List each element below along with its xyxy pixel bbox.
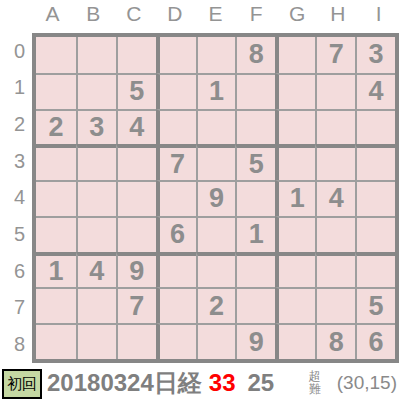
puzzle-date-source: 20180324日経 bbox=[47, 369, 202, 396]
cell-I6[interactable] bbox=[355, 252, 395, 288]
row-label-1: 1 bbox=[0, 70, 32, 107]
cell-G4[interactable]: 1 bbox=[275, 180, 315, 216]
cell-C2[interactable]: 4 bbox=[116, 109, 156, 145]
sudoku-app: ABCDEFGHI 012345678 87351423475914611497… bbox=[0, 0, 402, 403]
row-label-0: 0 bbox=[0, 33, 32, 70]
cell-F6[interactable] bbox=[235, 252, 275, 288]
cell-I7[interactable]: 5 bbox=[355, 287, 395, 323]
cell-C5[interactable] bbox=[116, 216, 156, 252]
cell-D1[interactable] bbox=[156, 73, 196, 109]
cell-F4[interactable] bbox=[235, 180, 275, 216]
red-count: 33 bbox=[209, 369, 236, 396]
cell-E4[interactable]: 9 bbox=[196, 180, 236, 216]
cell-D0[interactable] bbox=[156, 37, 196, 73]
cell-E7[interactable]: 2 bbox=[196, 287, 236, 323]
board-area: 012345678 8735142347591461149725986 bbox=[0, 33, 402, 363]
cell-D5[interactable]: 6 bbox=[156, 216, 196, 252]
column-label-F: F bbox=[236, 0, 277, 33]
cell-B6[interactable]: 4 bbox=[76, 252, 116, 288]
cell-C4[interactable] bbox=[116, 180, 156, 216]
cell-H4[interactable]: 4 bbox=[315, 180, 355, 216]
column-label-D: D bbox=[154, 0, 195, 33]
cell-B4[interactable] bbox=[76, 180, 116, 216]
row-label-7: 7 bbox=[0, 290, 32, 327]
cell-A1[interactable] bbox=[36, 73, 76, 109]
first-time-badge[interactable]: 初回 bbox=[2, 369, 42, 399]
cell-D2[interactable] bbox=[156, 109, 196, 145]
cell-B5[interactable] bbox=[76, 216, 116, 252]
difficulty-char-1: 超 bbox=[309, 369, 321, 383]
cell-H0[interactable]: 7 bbox=[315, 37, 355, 73]
cell-H6[interactable] bbox=[315, 252, 355, 288]
row-label-8: 8 bbox=[0, 326, 32, 363]
sudoku-board: 8735142347591461149725986 bbox=[32, 33, 399, 363]
cell-D3[interactable]: 7 bbox=[156, 144, 196, 180]
row-label-5: 5 bbox=[0, 216, 32, 253]
cell-G3[interactable] bbox=[275, 144, 315, 180]
row-label-2: 2 bbox=[0, 106, 32, 143]
cell-B3[interactable] bbox=[76, 144, 116, 180]
cell-I5[interactable] bbox=[355, 216, 395, 252]
status-bar: 初回 20180324日経3325 超 難 (30,15) bbox=[0, 363, 402, 403]
cell-G2[interactable] bbox=[275, 109, 315, 145]
cell-F5[interactable]: 1 bbox=[235, 216, 275, 252]
cell-I4[interactable] bbox=[355, 180, 395, 216]
cell-D4[interactable] bbox=[156, 180, 196, 216]
coordinates-label: (30,15) bbox=[337, 372, 397, 394]
cell-D7[interactable] bbox=[156, 287, 196, 323]
cell-D6[interactable] bbox=[156, 252, 196, 288]
cell-C8[interactable] bbox=[116, 323, 156, 359]
cell-A3[interactable] bbox=[36, 144, 76, 180]
cell-G0[interactable] bbox=[275, 37, 315, 73]
cell-B1[interactable] bbox=[76, 73, 116, 109]
cell-F0[interactable]: 8 bbox=[235, 37, 275, 73]
cell-A0[interactable] bbox=[36, 37, 76, 73]
cell-F8[interactable]: 9 bbox=[235, 323, 275, 359]
cell-A5[interactable] bbox=[36, 216, 76, 252]
cell-B2[interactable]: 3 bbox=[76, 109, 116, 145]
cell-B0[interactable] bbox=[76, 37, 116, 73]
cell-F3[interactable]: 5 bbox=[235, 144, 275, 180]
column-label-H: H bbox=[317, 0, 358, 33]
row-label-3: 3 bbox=[0, 143, 32, 180]
column-labels: ABCDEFGHI bbox=[32, 0, 399, 33]
cell-I1[interactable]: 4 bbox=[355, 73, 395, 109]
cell-F7[interactable] bbox=[235, 287, 275, 323]
cell-G5[interactable] bbox=[275, 216, 315, 252]
cell-H8[interactable]: 8 bbox=[315, 323, 355, 359]
row-label-4: 4 bbox=[0, 180, 32, 217]
cell-C7[interactable]: 7 bbox=[116, 287, 156, 323]
cell-G6[interactable] bbox=[275, 252, 315, 288]
cell-H1[interactable] bbox=[315, 73, 355, 109]
cell-G1[interactable] bbox=[275, 73, 315, 109]
cell-H2[interactable] bbox=[315, 109, 355, 145]
cell-C6[interactable]: 9 bbox=[116, 252, 156, 288]
cell-I3[interactable] bbox=[355, 144, 395, 180]
cell-I8[interactable]: 6 bbox=[355, 323, 395, 359]
cell-E6[interactable] bbox=[196, 252, 236, 288]
column-label-G: G bbox=[277, 0, 318, 33]
gray-count: 25 bbox=[247, 369, 274, 396]
column-label-E: E bbox=[195, 0, 236, 33]
cell-C1[interactable]: 5 bbox=[116, 73, 156, 109]
cell-E5[interactable] bbox=[196, 216, 236, 252]
cell-G8[interactable] bbox=[275, 323, 315, 359]
column-label-B: B bbox=[73, 0, 114, 33]
cell-A2[interactable]: 2 bbox=[36, 109, 76, 145]
column-label-I: I bbox=[358, 0, 399, 33]
cell-E8[interactable] bbox=[196, 323, 236, 359]
cell-C3[interactable] bbox=[116, 144, 156, 180]
cell-B8[interactable] bbox=[76, 323, 116, 359]
cell-I0[interactable]: 3 bbox=[355, 37, 395, 73]
cell-H7[interactable] bbox=[315, 287, 355, 323]
cell-H3[interactable] bbox=[315, 144, 355, 180]
cell-A8[interactable] bbox=[36, 323, 76, 359]
cell-B7[interactable] bbox=[76, 287, 116, 323]
cell-G7[interactable] bbox=[275, 287, 315, 323]
column-label-C: C bbox=[114, 0, 155, 33]
cell-A7[interactable] bbox=[36, 287, 76, 323]
cell-E1[interactable]: 1 bbox=[196, 73, 236, 109]
cell-A4[interactable] bbox=[36, 180, 76, 216]
cell-H5[interactable] bbox=[315, 216, 355, 252]
cell-F2[interactable] bbox=[235, 109, 275, 145]
cell-F1[interactable] bbox=[235, 73, 275, 109]
puzzle-title: 20180324日経3325 bbox=[47, 367, 274, 399]
row-labels: 012345678 bbox=[0, 33, 32, 363]
cell-E2[interactable] bbox=[196, 109, 236, 145]
cell-A6[interactable]: 1 bbox=[36, 252, 76, 288]
difficulty-label: 超 難 bbox=[309, 370, 321, 396]
column-label-A: A bbox=[32, 0, 73, 33]
cell-E3[interactable] bbox=[196, 144, 236, 180]
cell-E0[interactable] bbox=[196, 37, 236, 73]
cell-C0[interactable] bbox=[116, 37, 156, 73]
row-label-6: 6 bbox=[0, 253, 32, 290]
difficulty-char-2: 難 bbox=[309, 382, 321, 396]
cell-D8[interactable] bbox=[156, 323, 196, 359]
cell-I2[interactable] bbox=[355, 109, 395, 145]
